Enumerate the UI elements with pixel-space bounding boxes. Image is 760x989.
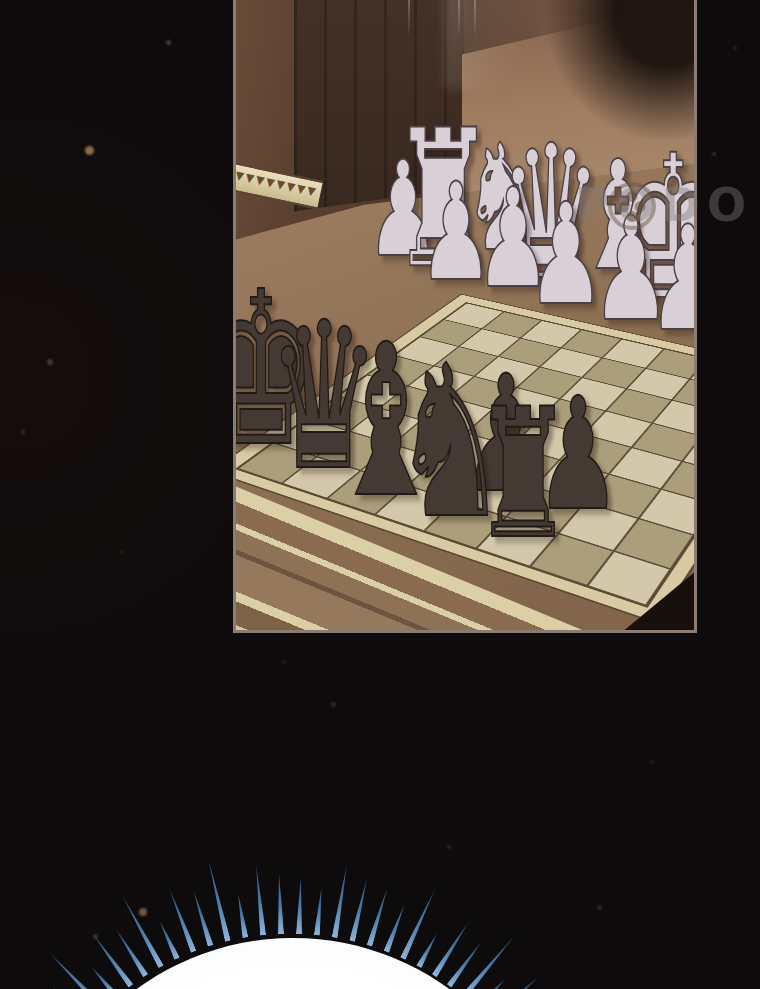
chess-scene-panel: ▼▼▼▼▼▼▼▼ ♞♟♜♝♛♟♟♚♟♟♟♚♛♟♝♟♞♜ bbox=[233, 0, 697, 633]
dust-speck bbox=[93, 934, 98, 939]
sun-ray bbox=[349, 878, 370, 942]
sun-ray bbox=[191, 890, 214, 947]
sun-ray bbox=[253, 865, 266, 935]
sun-ray bbox=[487, 975, 540, 989]
dust-speck bbox=[650, 760, 654, 764]
dust-speck bbox=[85, 146, 94, 155]
sun-ray bbox=[416, 932, 439, 968]
light-streak bbox=[444, 0, 574, 89]
sun-ray bbox=[51, 985, 93, 989]
comic-page: ▼▼▼▼▼▼▼▼ ♞♟♜♝♛♟♟♚♟♟♟♚♛♟♝♟♞♜ PODO bbox=[0, 0, 760, 989]
sun-ray bbox=[235, 893, 248, 938]
sun-ray bbox=[90, 965, 120, 989]
dust-speck bbox=[447, 845, 451, 849]
sun-ray bbox=[276, 873, 284, 934]
sun-ray bbox=[48, 951, 106, 989]
sun-ray bbox=[296, 877, 304, 934]
sun-ray bbox=[206, 860, 231, 942]
sun-ray bbox=[400, 889, 437, 961]
watermark-text: PODO bbox=[575, 178, 753, 232]
dust-speck bbox=[712, 152, 716, 156]
light-drip bbox=[458, 0, 460, 38]
dust-speck bbox=[166, 40, 171, 45]
dust-speck bbox=[120, 550, 124, 554]
sun-ray bbox=[120, 895, 164, 968]
dust-speck bbox=[331, 702, 336, 707]
dust-speck bbox=[47, 359, 53, 365]
dust-speck bbox=[733, 46, 737, 50]
dust-speck bbox=[597, 905, 602, 910]
grape-logo-icon bbox=[608, 182, 656, 230]
sun-ray bbox=[332, 865, 350, 938]
dust-speck bbox=[21, 430, 25, 434]
sun-ray bbox=[367, 888, 390, 947]
light-drip bbox=[408, 0, 410, 38]
black-rook: ♜ bbox=[473, 385, 573, 564]
podo-watermark: PODO bbox=[575, 178, 753, 232]
sun-ray bbox=[91, 933, 134, 988]
sun-ray bbox=[314, 887, 325, 935]
dust-speck bbox=[282, 660, 286, 664]
sun-ray bbox=[383, 903, 407, 953]
sun-ray bbox=[432, 921, 471, 977]
sun-ray bbox=[461, 935, 516, 989]
dust-speck bbox=[139, 908, 147, 916]
light-drip bbox=[474, 0, 476, 38]
sun-ray bbox=[157, 919, 180, 960]
